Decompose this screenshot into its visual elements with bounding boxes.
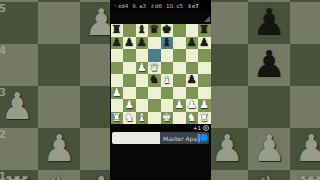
board-square[interactable] <box>111 49 124 62</box>
board-square[interactable] <box>111 99 124 112</box>
white-bishop-piece: ♝ <box>137 112 147 125</box>
board-square[interactable] <box>198 49 211 62</box>
black-pawn-piece: ♟ <box>252 2 285 44</box>
white-rook-piece: ♜ <box>294 170 320 180</box>
black-pawn-piece: ♟ <box>252 44 285 86</box>
board-square[interactable] <box>173 37 186 50</box>
board-square[interactable] <box>148 49 161 62</box>
black-bishop-piece: ♝ <box>162 37 172 50</box>
white-knight-piece: ♞ <box>187 112 197 125</box>
chat-action-button-1[interactable] <box>200 134 208 142</box>
board-square: 5 <box>0 2 38 44</box>
board-square[interactable]: ♛ <box>148 24 161 37</box>
rank-coordinate-label: 4 <box>0 45 6 56</box>
white-pawn-piece: ♟ <box>112 87 122 100</box>
black-pawn-piece: ♟ <box>137 37 147 50</box>
board-square[interactable] <box>198 74 211 87</box>
board-square[interactable]: ♟ <box>111 87 124 100</box>
white-pawn-piece: ♟ <box>174 99 184 112</box>
black-pawn-piece: ♟ <box>187 37 197 50</box>
board-square: ♟ <box>248 44 290 86</box>
board-square[interactable]: ♟ <box>136 62 149 75</box>
board-square[interactable]: ♟ <box>186 37 199 50</box>
rank-coordinate-label: 1 <box>0 171 6 180</box>
board-square <box>290 44 320 86</box>
board-square: ♞ <box>38 170 80 180</box>
board-square[interactable]: ♟ <box>186 99 199 112</box>
rank-coordinate-label: 5 <box>0 3 6 14</box>
chess-board[interactable]: ♜♝♛♚♜♟♟♟♝♟♟♟♛♞♝♟♟♟♟♟♟♜♞♝♚♞♜ <box>111 24 211 124</box>
board-square[interactable] <box>173 49 186 62</box>
board-square[interactable] <box>198 62 211 75</box>
settings-gear-icon[interactable] <box>203 125 209 131</box>
board-square[interactable]: ♟ <box>136 37 149 50</box>
chat-input-text: Master Apa <box>163 135 197 142</box>
material-advantage-badge: +1 <box>193 125 201 131</box>
white-pawn-piece: ♟ <box>210 128 243 170</box>
board-square[interactable]: ♚ <box>161 112 174 125</box>
white-bishop-piece: ♝ <box>162 74 172 87</box>
board-square <box>290 86 320 128</box>
white-pawn-piece: ♟ <box>42 128 75 170</box>
white-rook-piece: ♜ <box>112 112 122 125</box>
board-square[interactable] <box>123 24 136 37</box>
board-square[interactable] <box>148 87 161 100</box>
black-pawn-piece: ♟ <box>187 74 197 87</box>
move-token-current[interactable]: ♗e7 <box>187 3 199 9</box>
board-square: ♟ <box>38 128 80 170</box>
board-square[interactable]: ♞ <box>186 112 199 125</box>
board-square[interactable] <box>136 87 149 100</box>
board-square[interactable]: ♟ <box>123 37 136 50</box>
white-knight-piece: ♞ <box>252 170 285 180</box>
board-square[interactable] <box>161 87 174 100</box>
move-list-bar[interactable]: ♘xd4 9. a3 ♗d6 10. c5 ♗e7 <box>110 0 211 11</box>
board-square: ♟ <box>248 2 290 44</box>
black-knight-piece: ♞ <box>149 74 159 87</box>
black-pawn-piece: ♟ <box>124 37 134 50</box>
board-square[interactable] <box>123 49 136 62</box>
board-square[interactable] <box>148 99 161 112</box>
white-pawn-piece: ♟ <box>124 99 134 112</box>
black-pawn-piece: ♟ <box>199 37 209 50</box>
board-square[interactable] <box>136 49 149 62</box>
black-rook-piece: ♜ <box>112 24 122 37</box>
white-pawn-piece: ♟ <box>252 128 285 170</box>
board-square <box>248 86 290 128</box>
board-square <box>206 86 248 128</box>
board-square[interactable]: ♜ <box>198 24 211 37</box>
board-square[interactable]: ♝ <box>136 112 149 125</box>
board-footer-strip: +1 <box>110 124 211 132</box>
board-square[interactable]: ♟ <box>198 99 211 112</box>
board-square[interactable] <box>186 24 199 37</box>
board-square[interactable]: ♞ <box>123 112 136 125</box>
board-square: ♟ <box>248 128 290 170</box>
white-knight-piece: ♞ <box>42 170 75 180</box>
board-square[interactable] <box>136 99 149 112</box>
resize-handle-icon[interactable] <box>204 16 210 22</box>
board-square <box>38 86 80 128</box>
white-king-piece: ♚ <box>162 112 172 125</box>
board-square[interactable] <box>111 62 124 75</box>
board-square[interactable]: ♟ <box>123 99 136 112</box>
board-square[interactable]: ♜ <box>111 24 124 37</box>
chat-input-field[interactable] <box>112 132 160 144</box>
board-square[interactable] <box>173 62 186 75</box>
rank-coordinate-label: 3 <box>0 87 6 98</box>
board-square: ♞ <box>248 170 290 180</box>
black-king-piece: ♚ <box>162 24 172 37</box>
board-square[interactable] <box>173 112 186 125</box>
rank-coordinate-label: 2 <box>0 129 6 140</box>
board-square[interactable]: ♝ <box>161 37 174 50</box>
board-square: ♟ <box>206 128 248 170</box>
board-square[interactable] <box>173 74 186 87</box>
board-square: 4 <box>0 44 38 86</box>
board-square: ♟ <box>290 128 320 170</box>
board-square[interactable] <box>123 74 136 87</box>
white-pawn-piece: ♟ <box>294 128 320 170</box>
board-square[interactable]: ♜ <box>111 112 124 125</box>
board-square[interactable] <box>148 37 161 50</box>
board-square[interactable]: ♜ <box>198 112 211 125</box>
board-square[interactable] <box>173 24 186 37</box>
board-square[interactable]: ♝ <box>161 74 174 87</box>
board-square[interactable] <box>161 99 174 112</box>
chat-action-buttons <box>200 134 209 142</box>
board-square: ♜ <box>290 170 320 180</box>
board-square[interactable]: ♟ <box>198 37 211 50</box>
board-square <box>38 44 80 86</box>
move-token[interactable]: ♘xd4 <box>113 3 128 9</box>
move-token[interactable]: 9. a3 <box>132 3 146 9</box>
move-token[interactable]: ♗d6 <box>150 3 162 9</box>
board-square[interactable]: ♞ <box>148 74 161 87</box>
black-bishop-piece: ♝ <box>137 24 147 37</box>
move-token[interactable]: 10. c5 <box>166 3 183 9</box>
board-square[interactable]: ♚ <box>161 24 174 37</box>
board-square: 1♜ <box>0 170 38 180</box>
white-rook-piece: ♜ <box>199 112 209 125</box>
board-square <box>206 44 248 86</box>
board-square <box>38 2 80 44</box>
board-square[interactable] <box>136 74 149 87</box>
board-square[interactable]: ♝ <box>136 24 149 37</box>
white-pawn-piece: ♟ <box>187 99 197 112</box>
video-frame: ♜♝♛♚♜♟♟♟♝♟♟5♟♛♟4♞♝♟3♟2♟♟♟♟1♜♞♝♚♞♜ ♘xd4 9… <box>0 0 320 180</box>
chat-input-bar[interactable]: Master Apa <box>112 132 209 144</box>
board-square[interactable] <box>111 74 124 87</box>
white-knight-piece: ♞ <box>124 112 134 125</box>
board-square[interactable]: ♟ <box>186 74 199 87</box>
black-rook-piece: ♜ <box>199 24 209 37</box>
board-square[interactable] <box>186 49 199 62</box>
board-square[interactable] <box>148 112 161 125</box>
board-square[interactable]: ♟ <box>111 37 124 50</box>
board-square[interactable] <box>161 49 174 62</box>
board-square: 3♟ <box>0 86 38 128</box>
board-square <box>206 2 248 44</box>
board-square[interactable] <box>123 62 136 75</box>
board-square[interactable]: ♟ <box>173 99 186 112</box>
board-square: 2 <box>0 128 38 170</box>
phone-screen: ♘xd4 9. a3 ♗d6 10. c5 ♗e7 ♜♝♛♚♜♟♟♟♝♟♟♟♛♞… <box>110 0 211 180</box>
black-pawn-piece: ♟ <box>112 37 122 50</box>
black-queen-piece: ♛ <box>149 24 159 37</box>
white-pawn-piece: ♟ <box>137 62 147 75</box>
board-square <box>290 2 320 44</box>
board-square <box>206 170 248 180</box>
white-pawn-piece: ♟ <box>199 99 209 112</box>
